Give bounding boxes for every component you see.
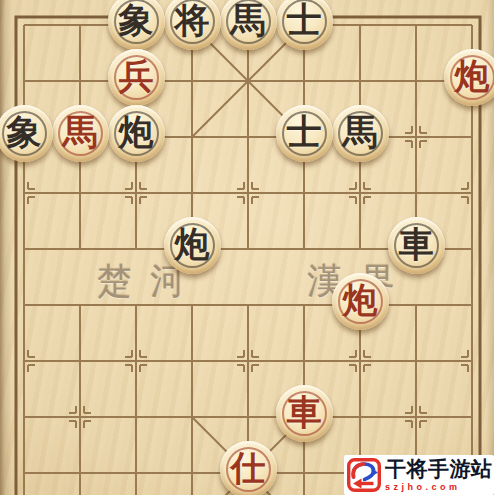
piece-character: 士	[287, 3, 322, 38]
piece-black-象[interactable]: 象	[0, 105, 53, 162]
piece-character: 馬	[63, 115, 98, 150]
piece-character: 車	[399, 227, 434, 262]
watermark-site-url: szjho.com	[385, 483, 461, 492]
piece-red-炮[interactable]: 炮	[332, 273, 389, 330]
piece-character: 炮	[455, 59, 490, 94]
piece-character: 馬	[343, 115, 378, 150]
piece-black-将[interactable]: 将	[164, 0, 221, 50]
piece-black-炮[interactable]: 炮	[108, 105, 165, 162]
piece-character: 炮	[343, 283, 378, 318]
piece-character: 馬	[231, 3, 266, 38]
piece-black-馬[interactable]: 馬	[332, 105, 389, 162]
watermark-site-name: 干将手游站	[385, 459, 493, 480]
piece-black-士[interactable]: 士	[276, 105, 333, 162]
piece-character: 車	[287, 395, 322, 430]
piece-character: 炮	[119, 115, 154, 150]
piece-red-馬[interactable]: 馬	[52, 105, 109, 162]
watermark-logo-icon	[347, 458, 381, 492]
piece-character: 仕	[231, 451, 266, 486]
xiangqi-board: 楚河 漢界 象将馬士兵炮象馬炮士馬炮車炮車仕 干将手游站 szjho.com	[0, 0, 494, 495]
piece-character: 象	[119, 3, 154, 38]
piece-red-炮[interactable]: 炮	[444, 49, 494, 106]
piece-character: 象	[7, 115, 42, 150]
pieces-layer: 象将馬士兵炮象馬炮士馬炮車炮車仕	[0, 0, 494, 495]
piece-character: 兵	[119, 59, 154, 94]
watermark-text: 干将手游站 szjho.com	[385, 459, 494, 492]
piece-black-象[interactable]: 象	[108, 0, 165, 50]
piece-red-仕[interactable]: 仕	[220, 441, 277, 495]
piece-character: 士	[287, 115, 322, 150]
piece-character: 将	[175, 3, 210, 38]
piece-black-車[interactable]: 車	[388, 217, 445, 274]
watermark: 干将手游站 szjho.com	[344, 455, 494, 495]
piece-character: 炮	[175, 227, 210, 262]
piece-black-炮[interactable]: 炮	[164, 217, 221, 274]
piece-black-士[interactable]: 士	[276, 0, 333, 50]
piece-red-車[interactable]: 車	[276, 385, 333, 442]
piece-red-兵[interactable]: 兵	[108, 49, 165, 106]
piece-black-馬[interactable]: 馬	[220, 0, 277, 50]
